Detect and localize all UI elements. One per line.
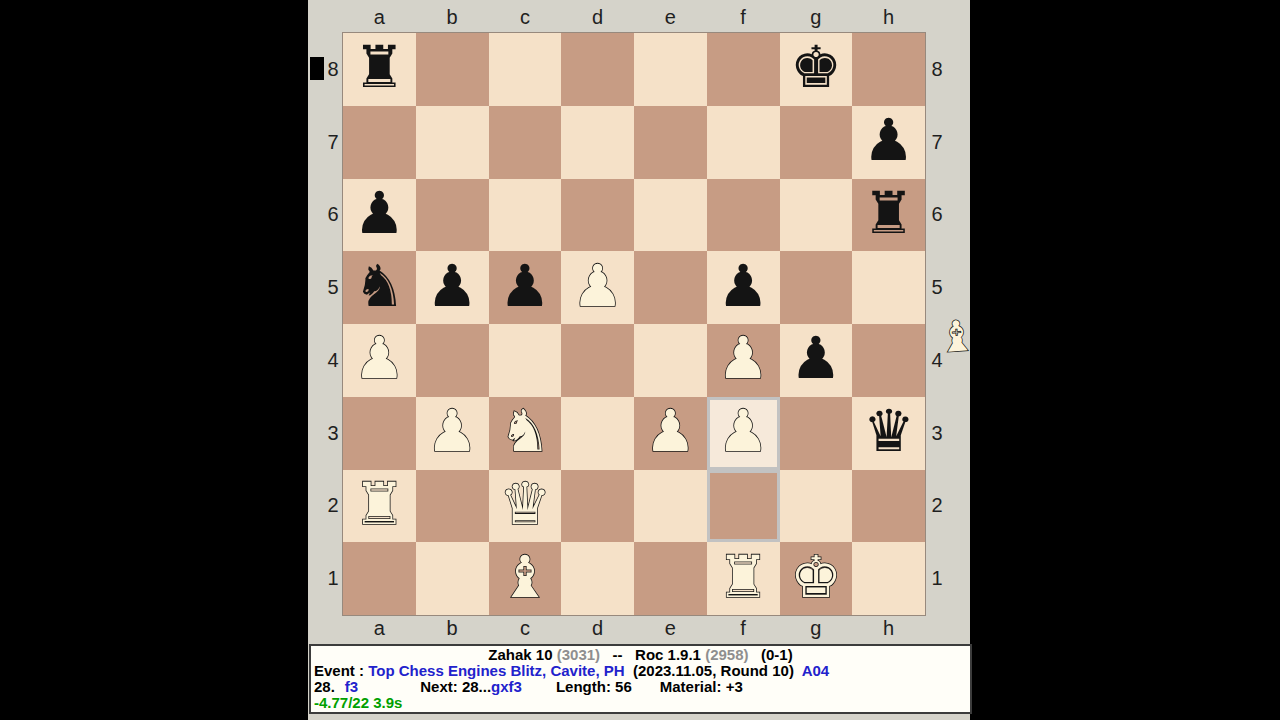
square-c5: ♟ [489, 251, 562, 324]
square-d6 [561, 179, 634, 252]
piece-black-pawn: ♟ [426, 257, 478, 315]
square-b6 [416, 179, 489, 252]
square-a3 [343, 397, 416, 470]
letterbox-right [970, 0, 1280, 720]
piece-white-rook: ♜ [353, 475, 405, 533]
square-g1: ♚ [780, 542, 853, 615]
piece-black-pawn: ♟ [499, 257, 551, 315]
rank-label-3: 3 [928, 397, 946, 470]
square-g3 [780, 397, 853, 470]
rank-label-5: 5 [324, 251, 342, 324]
square-f4: ♟ [707, 324, 780, 397]
square-f5: ♟ [707, 251, 780, 324]
square-f3: ♟ [707, 397, 780, 470]
file-labels-top: abcdefgh [343, 6, 925, 29]
rank-label-2: 2 [928, 470, 946, 543]
square-b2 [416, 470, 489, 543]
square-a6: ♟ [343, 179, 416, 252]
next-label: Next: [420, 678, 458, 695]
square-a7 [343, 106, 416, 179]
square-a4: ♟ [343, 324, 416, 397]
square-f8 [707, 33, 780, 106]
square-c1: ♝ [489, 542, 562, 615]
piece-black-pawn: ♟ [717, 257, 769, 315]
piece-black-rook: ♜ [863, 184, 915, 242]
square-g6 [780, 179, 853, 252]
file-label-b: b [416, 617, 489, 640]
square-f6 [707, 179, 780, 252]
square-d7 [561, 106, 634, 179]
white-rating: (3031) [557, 646, 600, 663]
rank-label-1: 1 [324, 542, 342, 615]
piece-white-pawn: ♟ [644, 402, 696, 460]
square-b3: ♟ [416, 397, 489, 470]
piece-white-queen: ♛ [499, 475, 551, 533]
engine-eval: -4.77/22 3.9s [314, 695, 967, 711]
event-name: Top Chess Engines Blitz, Cavite, PH [368, 662, 624, 679]
rank-label-8: 8 [324, 33, 342, 106]
file-label-a: a [343, 6, 416, 29]
file-label-h: h [852, 6, 925, 29]
file-label-a: a [343, 617, 416, 640]
square-g8: ♚ [780, 33, 853, 106]
square-f1: ♜ [707, 542, 780, 615]
file-label-d: d [561, 617, 634, 640]
square-d4 [561, 324, 634, 397]
square-e8 [634, 33, 707, 106]
square-d5: ♟ [561, 251, 634, 324]
eco-code: A04 [802, 662, 830, 679]
piece-white-pawn: ♟ [572, 257, 624, 315]
square-e3: ♟ [634, 397, 707, 470]
piece-white-pawn: ♟ [426, 402, 478, 460]
square-h3: ♛ [852, 397, 925, 470]
piece-white-pawn: ♟ [353, 329, 405, 387]
next-move: gxf3 [491, 678, 522, 695]
square-a1 [343, 542, 416, 615]
rank-label-1: 1 [928, 542, 946, 615]
file-labels-bottom: abcdefgh [343, 617, 925, 640]
piece-black-pawn: ♟ [353, 184, 405, 242]
square-b8 [416, 33, 489, 106]
piece-black-rook: ♜ [353, 38, 405, 96]
square-d2 [561, 470, 634, 543]
piece-black-queen: ♛ [863, 402, 915, 460]
rank-label-6: 6 [928, 179, 946, 252]
square-b1 [416, 542, 489, 615]
vs-separator: -- [613, 646, 623, 663]
event-date: (2023.11.05, Round 10) [633, 662, 794, 679]
letterbox-left [0, 0, 308, 720]
file-label-f: f [707, 6, 780, 29]
square-e5 [634, 251, 707, 324]
square-c2: ♛ [489, 470, 562, 543]
square-h5 [852, 251, 925, 324]
game-info-panel: Zahak 10 (3031) -- Roc 1.9.1 (2958) (0-1… [309, 644, 972, 714]
piece-white-knight: ♞ [499, 402, 551, 460]
rank-label-7: 7 [324, 106, 342, 179]
file-label-b: b [416, 6, 489, 29]
piece-black-pawn: ♟ [863, 111, 915, 169]
file-label-f: f [707, 617, 780, 640]
square-c8 [489, 33, 562, 106]
length-value: 56 [615, 678, 632, 695]
square-d3 [561, 397, 634, 470]
square-h7: ♟ [852, 106, 925, 179]
chess-board: ♜♚♟♟♜♞♟♟♟♟♟♟♟♟♞♟♟♛♜♛♝♜♚ [343, 33, 925, 615]
event-label: Event : [314, 662, 364, 679]
square-c4 [489, 324, 562, 397]
game-result: (0-1) [761, 646, 793, 663]
square-h2 [852, 470, 925, 543]
square-e2 [634, 470, 707, 543]
file-label-e: e [634, 6, 707, 29]
file-label-e: e [634, 617, 707, 640]
players-line: Zahak 10 (3031) -- Roc 1.9.1 (2958) (0-1… [314, 647, 967, 663]
square-a8: ♜ [343, 33, 416, 106]
file-label-d: d [561, 6, 634, 29]
material-label: Material: [660, 678, 722, 695]
square-a5: ♞ [343, 251, 416, 324]
rank-label-6: 6 [324, 179, 342, 252]
next-move-number: 28... [462, 678, 491, 695]
video-frame: { "game": "chess", "position": { "fen": … [0, 0, 1280, 720]
square-f7 [707, 106, 780, 179]
move-line: 28.f3Next: 28...gxf3Length: 56Material: … [314, 679, 967, 695]
current-move: f3 [345, 678, 358, 695]
rank-label-8: 8 [928, 33, 946, 106]
rank-label-3: 3 [324, 397, 342, 470]
piece-white-pawn: ♟ [717, 402, 769, 460]
square-b7 [416, 106, 489, 179]
square-c3: ♞ [489, 397, 562, 470]
piece-white-rook: ♜ [717, 548, 769, 606]
square-h4 [852, 324, 925, 397]
piece-white-pawn: ♟ [717, 329, 769, 387]
piece-black-pawn: ♟ [790, 329, 842, 387]
file-label-g: g [780, 617, 853, 640]
square-e1 [634, 542, 707, 615]
material-value: +3 [726, 678, 743, 695]
captured-white-bishop-icon: ♝ [937, 315, 977, 360]
square-b4 [416, 324, 489, 397]
square-h8 [852, 33, 925, 106]
black-player-name: Roc 1.9.1 [635, 646, 701, 663]
file-label-c: c [489, 6, 562, 29]
square-g2 [780, 470, 853, 543]
piece-white-king: ♚ [790, 548, 842, 606]
square-d1 [561, 542, 634, 615]
square-b5: ♟ [416, 251, 489, 324]
file-label-c: c [489, 617, 562, 640]
black-rating: (2958) [705, 646, 748, 663]
rank-label-2: 2 [324, 470, 342, 543]
square-a2: ♜ [343, 470, 416, 543]
piece-black-knight: ♞ [353, 257, 405, 315]
file-label-g: g [780, 6, 853, 29]
square-g7 [780, 106, 853, 179]
square-e7 [634, 106, 707, 179]
square-e4 [634, 324, 707, 397]
square-c6 [489, 179, 562, 252]
square-g5 [780, 251, 853, 324]
rank-label-4: 4 [324, 324, 342, 397]
rank-labels-left: 87654321 [324, 33, 342, 615]
piece-white-bishop: ♝ [499, 548, 551, 606]
event-line: Event : Top Chess Engines Blitz, Cavite,… [314, 663, 967, 679]
square-c7 [489, 106, 562, 179]
piece-black-king: ♚ [790, 38, 842, 96]
square-f2 [707, 470, 780, 543]
white-player-name: Zahak 10 [488, 646, 552, 663]
file-label-h: h [852, 617, 925, 640]
move-number: 28. [314, 678, 335, 695]
square-g4: ♟ [780, 324, 853, 397]
length-label: Length: [556, 678, 611, 695]
square-h1 [852, 542, 925, 615]
side-to-move-indicator [310, 57, 324, 80]
rank-label-7: 7 [928, 106, 946, 179]
chess-viewer-panel: abcdefgh 87654321 ♜♚♟♟♜♞♟♟♟♟♟♟♟♟♞♟♟♛♜♛♝♜… [308, 0, 970, 720]
square-d8 [561, 33, 634, 106]
square-h6: ♜ [852, 179, 925, 252]
square-e6 [634, 179, 707, 252]
